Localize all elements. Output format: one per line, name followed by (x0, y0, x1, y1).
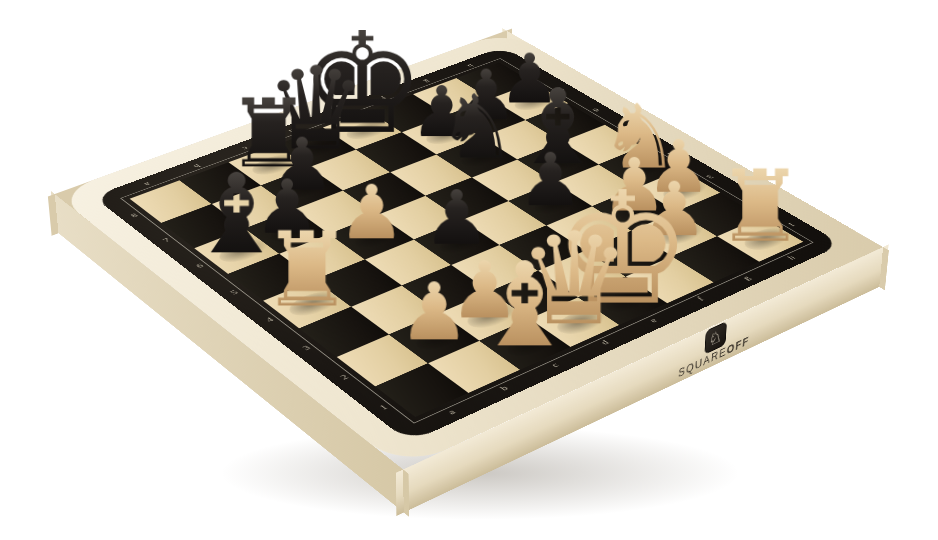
coord-label-file-h-near: h (759, 242, 823, 274)
product-photo: ♘ SQUAREOFF ♚♛♜♜♝♞♟♟♟♟♟♟♚♛♜♝♝♞♟♟♟♟♟♟♟ 88… (0, 0, 938, 540)
board-frame: ♚♛♜♜♝♞♟♟♟♟♟♟♚♛♜♝♝♞♟♟♟♟♟♟♟ 88aa77bb66cc55… (93, 47, 843, 443)
tray-top: ♚♛♜♜♝♞♟♟♟♟♟♟♚♛♜♝♝♞♟♟♟♟♟♟♟ 88aa77bb66cc55… (55, 31, 883, 470)
squareoff-board-tray: ♘ SQUAREOFF ♚♛♜♜♝♞♟♟♟♟♟♟♚♛♜♝♝♞♟♟♟♟♟♟♟ 88… (55, 31, 883, 470)
scene: ♘ SQUAREOFF ♚♛♜♜♝♞♟♟♟♟♟♟♚♛♜♝♝♞♟♟♟♟♟♟♟ 88… (0, 0, 938, 540)
